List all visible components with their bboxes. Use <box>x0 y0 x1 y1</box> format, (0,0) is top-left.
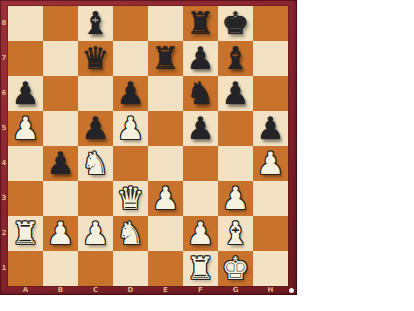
piece-black-king[interactable]: ♚ <box>218 6 253 41</box>
page-background: ♝♜♚♛♜♟♝♟♟♞♟♟♟♟♟♟♟♞♟♛♟♟♜♟♟♞♟♝♜♚ 87654321 … <box>0 0 414 311</box>
rank-label-8: 8 <box>0 6 8 41</box>
square-d4[interactable] <box>113 146 148 181</box>
rank-label-7: 7 <box>0 41 8 76</box>
piece-black-bishop[interactable]: ♝ <box>218 41 253 76</box>
square-b6[interactable] <box>43 76 78 111</box>
piece-black-rook[interactable]: ♜ <box>183 6 218 41</box>
chess-board: ♝♜♚♛♜♟♝♟♟♞♟♟♟♟♟♟♟♞♟♛♟♟♜♟♟♞♟♝♜♚ 87654321 … <box>0 0 297 295</box>
square-f6[interactable]: ♞ <box>183 76 218 111</box>
piece-white-king[interactable]: ♚ <box>218 251 253 286</box>
piece-black-pawn[interactable]: ♟ <box>113 76 148 111</box>
square-c6[interactable] <box>78 76 113 111</box>
square-d5[interactable]: ♟ <box>113 111 148 146</box>
piece-black-bishop[interactable]: ♝ <box>78 6 113 41</box>
square-b7[interactable] <box>43 41 78 76</box>
square-g3[interactable]: ♟ <box>218 181 253 216</box>
piece-black-pawn[interactable]: ♟ <box>183 111 218 146</box>
piece-white-pawn[interactable]: ♟ <box>113 111 148 146</box>
square-b3[interactable] <box>43 181 78 216</box>
square-d1[interactable] <box>113 251 148 286</box>
square-d6[interactable]: ♟ <box>113 76 148 111</box>
square-c5[interactable]: ♟ <box>78 111 113 146</box>
square-e4[interactable] <box>148 146 183 181</box>
file-label-h: H <box>253 285 288 295</box>
piece-black-pawn[interactable]: ♟ <box>183 41 218 76</box>
square-c4[interactable]: ♞ <box>78 146 113 181</box>
square-e6[interactable] <box>148 76 183 111</box>
piece-black-pawn[interactable]: ♟ <box>78 111 113 146</box>
piece-white-bishop[interactable]: ♝ <box>218 216 253 251</box>
square-g5[interactable] <box>218 111 253 146</box>
file-label-d: D <box>113 285 148 295</box>
square-g8[interactable]: ♚ <box>218 6 253 41</box>
piece-white-pawn[interactable]: ♟ <box>218 181 253 216</box>
square-e3[interactable]: ♟ <box>148 181 183 216</box>
rank-label-1: 1 <box>0 251 8 286</box>
square-c2[interactable]: ♟ <box>78 216 113 251</box>
square-h4[interactable]: ♟ <box>253 146 288 181</box>
file-label-f: F <box>183 285 218 295</box>
piece-white-pawn[interactable]: ♟ <box>253 146 288 181</box>
piece-white-pawn[interactable]: ♟ <box>183 216 218 251</box>
square-g7[interactable]: ♝ <box>218 41 253 76</box>
square-a3[interactable] <box>8 181 43 216</box>
square-h7[interactable] <box>253 41 288 76</box>
square-b8[interactable] <box>43 6 78 41</box>
rank-label-6: 6 <box>0 76 8 111</box>
square-c1[interactable] <box>78 251 113 286</box>
piece-black-pawn[interactable]: ♟ <box>43 146 78 181</box>
rank-label-2: 2 <box>0 216 8 251</box>
square-e8[interactable] <box>148 6 183 41</box>
file-label-b: B <box>43 285 78 295</box>
square-e7[interactable]: ♜ <box>148 41 183 76</box>
square-b5[interactable] <box>43 111 78 146</box>
square-d7[interactable] <box>113 41 148 76</box>
square-h2[interactable] <box>253 216 288 251</box>
file-label-e: E <box>148 285 183 295</box>
square-f1[interactable]: ♜ <box>183 251 218 286</box>
square-b4[interactable]: ♟ <box>43 146 78 181</box>
square-a1[interactable] <box>8 251 43 286</box>
square-h6[interactable] <box>253 76 288 111</box>
square-f5[interactable]: ♟ <box>183 111 218 146</box>
square-f3[interactable] <box>183 181 218 216</box>
square-d2[interactable]: ♞ <box>113 216 148 251</box>
piece-white-queen[interactable]: ♛ <box>113 181 148 216</box>
file-label-c: C <box>78 285 113 295</box>
square-c8[interactable]: ♝ <box>78 6 113 41</box>
square-a7[interactable] <box>8 41 43 76</box>
square-f4[interactable] <box>183 146 218 181</box>
square-h8[interactable] <box>253 6 288 41</box>
piece-white-knight[interactable]: ♞ <box>78 146 113 181</box>
square-h1[interactable] <box>253 251 288 286</box>
rank-label-3: 3 <box>0 181 8 216</box>
square-g6[interactable]: ♟ <box>218 76 253 111</box>
square-a6[interactable]: ♟ <box>8 76 43 111</box>
square-g1[interactable]: ♚ <box>218 251 253 286</box>
piece-white-pawn[interactable]: ♟ <box>78 216 113 251</box>
file-label-a: A <box>8 285 43 295</box>
square-f8[interactable]: ♜ <box>183 6 218 41</box>
piece-white-pawn[interactable]: ♟ <box>148 181 183 216</box>
square-g4[interactable] <box>218 146 253 181</box>
square-a8[interactable] <box>8 6 43 41</box>
square-b2[interactable]: ♟ <box>43 216 78 251</box>
square-b1[interactable] <box>43 251 78 286</box>
piece-black-rook[interactable]: ♜ <box>148 41 183 76</box>
piece-white-rook[interactable]: ♜ <box>183 251 218 286</box>
side-to-move-indicator <box>289 288 294 293</box>
piece-black-pawn[interactable]: ♟ <box>253 111 288 146</box>
square-e5[interactable] <box>148 111 183 146</box>
square-a4[interactable] <box>8 146 43 181</box>
piece-black-queen[interactable]: ♛ <box>78 41 113 76</box>
piece-white-knight[interactable]: ♞ <box>113 216 148 251</box>
square-f7[interactable]: ♟ <box>183 41 218 76</box>
piece-black-pawn[interactable]: ♟ <box>218 76 253 111</box>
square-c7[interactable]: ♛ <box>78 41 113 76</box>
piece-white-pawn[interactable]: ♟ <box>43 216 78 251</box>
square-d8[interactable] <box>113 6 148 41</box>
square-g2[interactable]: ♝ <box>218 216 253 251</box>
square-a2[interactable]: ♜ <box>8 216 43 251</box>
piece-black-knight[interactable]: ♞ <box>183 76 218 111</box>
square-f2[interactable]: ♟ <box>183 216 218 251</box>
square-h5[interactable]: ♟ <box>253 111 288 146</box>
square-a5[interactable]: ♟ <box>8 111 43 146</box>
piece-black-pawn[interactable]: ♟ <box>8 76 43 111</box>
board-grid: ♝♜♚♛♜♟♝♟♟♞♟♟♟♟♟♟♟♞♟♛♟♟♜♟♟♞♟♝♜♚ <box>8 6 288 286</box>
square-e2[interactable] <box>148 216 183 251</box>
piece-white-rook[interactable]: ♜ <box>8 216 43 251</box>
square-e1[interactable] <box>148 251 183 286</box>
file-label-g: G <box>218 285 253 295</box>
square-c3[interactable] <box>78 181 113 216</box>
rank-label-5: 5 <box>0 111 8 146</box>
rank-label-4: 4 <box>0 146 8 181</box>
square-d3[interactable]: ♛ <box>113 181 148 216</box>
piece-white-pawn[interactable]: ♟ <box>8 111 43 146</box>
square-h3[interactable] <box>253 181 288 216</box>
